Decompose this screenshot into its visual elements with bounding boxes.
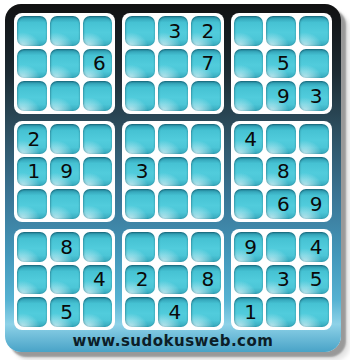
given-digit: 5 — [310, 269, 323, 289]
cell-r5c9[interactable] — [299, 157, 329, 187]
sudoku-board: 63275932193486984528494351 — [14, 13, 332, 330]
cell-r9c4[interactable] — [125, 297, 155, 327]
cell-r1c6[interactable]: 2 — [191, 16, 221, 46]
cell-r1c9[interactable] — [299, 16, 329, 46]
given-digit: 2 — [201, 21, 214, 41]
cell-r9c9[interactable] — [299, 297, 329, 327]
cell-r4c3[interactable] — [83, 124, 113, 154]
cell-r5c3[interactable] — [83, 157, 113, 187]
cell-r4c8[interactable] — [266, 124, 296, 154]
cell-r2c2[interactable] — [50, 49, 80, 79]
cell-r7c4[interactable] — [125, 232, 155, 262]
given-digit: 8 — [277, 161, 290, 181]
cell-r3c6[interactable] — [191, 81, 221, 111]
cell-r9c5[interactable]: 4 — [158, 297, 188, 327]
cell-r4c1[interactable]: 2 — [17, 124, 47, 154]
cell-r2c5[interactable] — [158, 49, 188, 79]
cell-r5c7[interactable] — [234, 157, 264, 187]
cell-r6c7[interactable] — [234, 189, 264, 219]
given-digit: 7 — [201, 53, 214, 73]
cell-r5c1[interactable]: 1 — [17, 157, 47, 187]
cell-r7c6[interactable] — [191, 232, 221, 262]
box-3: 593 — [231, 13, 332, 114]
cell-r2c4[interactable] — [125, 49, 155, 79]
cell-r8c1[interactable] — [17, 265, 47, 295]
given-digit: 9 — [277, 86, 290, 106]
cell-r7c1[interactable] — [17, 232, 47, 262]
cell-r9c6[interactable] — [191, 297, 221, 327]
cell-r2c7[interactable] — [234, 49, 264, 79]
given-digit: 1 — [244, 302, 257, 322]
cell-r9c2[interactable]: 5 — [50, 297, 80, 327]
cell-r7c2[interactable]: 8 — [50, 232, 80, 262]
site-url[interactable]: www.sudokusweb.com — [14, 332, 332, 350]
cell-r6c8[interactable]: 6 — [266, 189, 296, 219]
cell-r1c1[interactable] — [17, 16, 47, 46]
box-9: 94351 — [231, 229, 332, 330]
cell-r8c7[interactable] — [234, 265, 264, 295]
given-digit: 4 — [244, 129, 257, 149]
cell-r5c2[interactable]: 9 — [50, 157, 80, 187]
box-5: 3 — [122, 121, 223, 222]
given-digit: 1 — [28, 161, 41, 181]
given-digit: 4 — [310, 237, 323, 257]
given-digit: 9 — [60, 161, 73, 181]
cell-r6c2[interactable] — [50, 189, 80, 219]
cell-r9c8[interactable] — [266, 297, 296, 327]
cell-r4c6[interactable] — [191, 124, 221, 154]
cell-r6c1[interactable] — [17, 189, 47, 219]
cell-r9c3[interactable] — [83, 297, 113, 327]
given-digit: 4 — [93, 269, 106, 289]
cell-r4c7[interactable]: 4 — [234, 124, 264, 154]
given-digit: 4 — [169, 302, 182, 322]
cell-r6c9[interactable]: 9 — [299, 189, 329, 219]
cell-r6c4[interactable] — [125, 189, 155, 219]
box-4: 219 — [14, 121, 115, 222]
cell-r1c7[interactable] — [234, 16, 264, 46]
cell-r8c5[interactable] — [158, 265, 188, 295]
cell-r8c9[interactable]: 5 — [299, 265, 329, 295]
given-digit: 5 — [277, 53, 290, 73]
given-digit: 8 — [60, 237, 73, 257]
given-digit: 2 — [136, 269, 149, 289]
box-1: 6 — [14, 13, 115, 114]
cell-r6c6[interactable] — [191, 189, 221, 219]
given-digit: 5 — [60, 302, 73, 322]
cell-r2c1[interactable] — [17, 49, 47, 79]
cell-r3c5[interactable] — [158, 81, 188, 111]
given-digit: 6 — [277, 194, 290, 214]
cell-r2c3[interactable]: 6 — [83, 49, 113, 79]
cell-r3c1[interactable] — [17, 81, 47, 111]
cell-r8c4[interactable]: 2 — [125, 265, 155, 295]
cell-r7c3[interactable] — [83, 232, 113, 262]
cell-r4c5[interactable] — [158, 124, 188, 154]
cell-r5c8[interactable]: 8 — [266, 157, 296, 187]
cell-r9c1[interactable] — [17, 297, 47, 327]
cell-r3c4[interactable] — [125, 81, 155, 111]
cell-r2c6[interactable]: 7 — [191, 49, 221, 79]
given-digit: 3 — [310, 86, 323, 106]
given-digit: 3 — [136, 161, 149, 181]
cell-r3c2[interactable] — [50, 81, 80, 111]
given-digit: 6 — [93, 53, 106, 73]
cell-r7c9[interactable]: 4 — [299, 232, 329, 262]
cell-r8c6[interactable]: 8 — [191, 265, 221, 295]
cell-r4c4[interactable] — [125, 124, 155, 154]
cell-r7c5[interactable] — [158, 232, 188, 262]
box-2: 327 — [122, 13, 223, 114]
cell-r6c3[interactable] — [83, 189, 113, 219]
box-7: 845 — [14, 229, 115, 330]
given-digit: 3 — [277, 269, 290, 289]
cell-r7c7[interactable]: 9 — [234, 232, 264, 262]
given-digit: 3 — [169, 21, 182, 41]
cell-r4c2[interactable] — [50, 124, 80, 154]
cell-r4c9[interactable] — [299, 124, 329, 154]
cell-r5c5[interactable] — [158, 157, 188, 187]
cell-r3c7[interactable] — [234, 81, 264, 111]
given-digit: 8 — [201, 269, 214, 289]
given-digit: 9 — [244, 237, 257, 257]
given-digit: 9 — [310, 194, 323, 214]
cell-r8c2[interactable] — [50, 265, 80, 295]
cell-r6c5[interactable] — [158, 189, 188, 219]
given-digit: 2 — [28, 129, 41, 149]
cell-r1c8[interactable] — [266, 16, 296, 46]
cell-r8c8[interactable]: 3 — [266, 265, 296, 295]
cell-r1c5[interactable]: 3 — [158, 16, 188, 46]
box-8: 284 — [122, 229, 223, 330]
cell-r3c3[interactable] — [83, 81, 113, 111]
cell-r3c9[interactable]: 3 — [299, 81, 329, 111]
cell-r1c2[interactable] — [50, 16, 80, 46]
cell-r5c6[interactable] — [191, 157, 221, 187]
cell-r2c8[interactable]: 5 — [266, 49, 296, 79]
cell-r5c4[interactable]: 3 — [125, 157, 155, 187]
cell-r9c7[interactable]: 1 — [234, 297, 264, 327]
cell-r7c8[interactable] — [266, 232, 296, 262]
cell-r3c8[interactable]: 9 — [266, 81, 296, 111]
cell-r8c3[interactable]: 4 — [83, 265, 113, 295]
cell-r2c9[interactable] — [299, 49, 329, 79]
cell-r1c4[interactable] — [125, 16, 155, 46]
cell-r1c3[interactable] — [83, 16, 113, 46]
box-6: 4869 — [231, 121, 332, 222]
sudoku-page: 63275932193486984528494351 www.sudokuswe… — [0, 0, 350, 360]
